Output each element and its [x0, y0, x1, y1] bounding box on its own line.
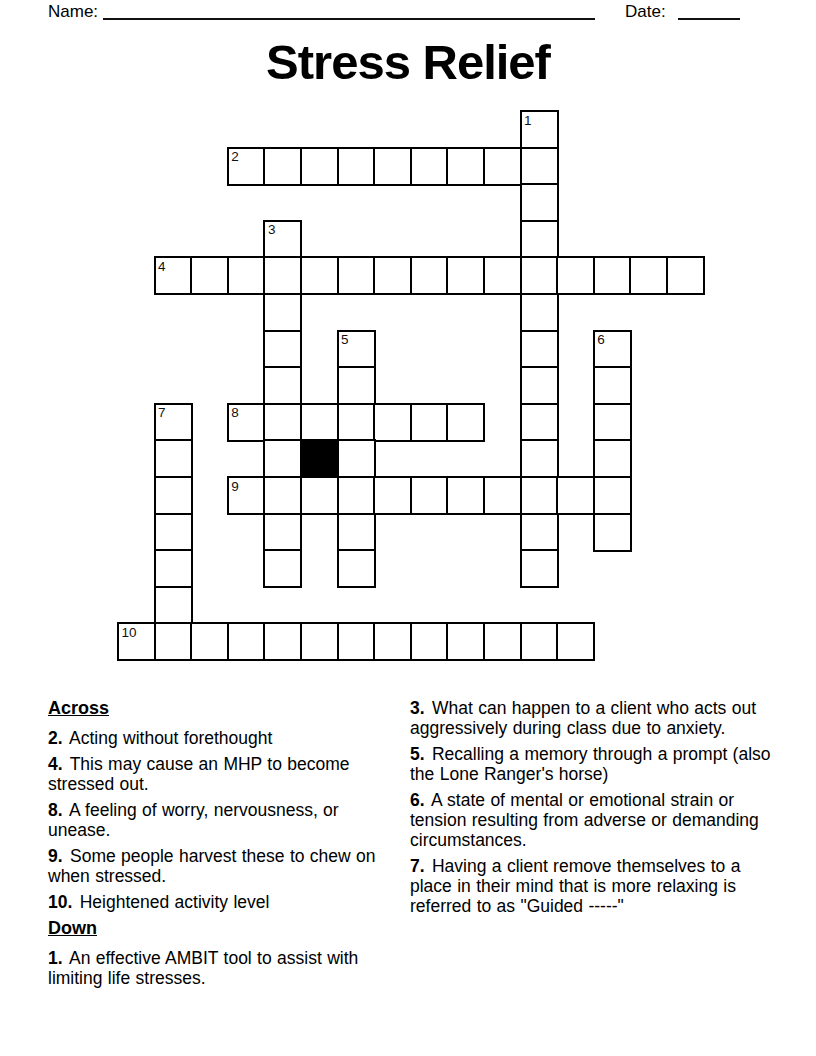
- grid-cell[interactable]: [263, 293, 302, 332]
- grid-cell[interactable]: [337, 476, 376, 515]
- grid-cell[interactable]: [520, 256, 559, 295]
- grid-cell[interactable]: [446, 403, 485, 442]
- grid-cell[interactable]: [410, 403, 449, 442]
- grid-cell[interactable]: [300, 147, 339, 186]
- grid-cell[interactable]: [300, 476, 339, 515]
- grid-cell[interactable]: [337, 439, 376, 478]
- grid-cell[interactable]: [373, 476, 412, 515]
- grid-cell[interactable]: [520, 403, 559, 442]
- name-blank-line[interactable]: [103, 2, 595, 20]
- clue-number-label: 7.: [410, 856, 427, 876]
- clue-number: 7: [158, 406, 166, 420]
- date-label: Date:: [625, 2, 666, 22]
- grid-cell[interactable]: [556, 476, 595, 515]
- clues-right-column: 3. What can happen to a client who acts …: [410, 698, 774, 922]
- clue: 6. A state of mental or emotional strain…: [410, 790, 774, 850]
- grid-cell[interactable]: [263, 147, 302, 186]
- clue-number: 1: [524, 114, 532, 128]
- grid-cell[interactable]: [154, 439, 193, 478]
- grid-cell[interactable]: [593, 439, 632, 478]
- grid-cell[interactable]: [337, 513, 376, 552]
- clue-number-label: 8.: [48, 800, 65, 820]
- grid-cell[interactable]: [263, 476, 302, 515]
- grid-cell[interactable]: [593, 476, 632, 515]
- grid-cell[interactable]: [373, 256, 412, 295]
- grid-cell[interactable]: [373, 403, 412, 442]
- clues-left-column: Across 2. Acting without forethought4. T…: [48, 698, 382, 994]
- clue: 5. Recalling a memory through a prompt (…: [410, 744, 774, 784]
- grid-cell[interactable]: [520, 330, 559, 369]
- grid-cell[interactable]: [410, 256, 449, 295]
- grid-cell[interactable]: [593, 513, 632, 552]
- clue-number: 4: [158, 260, 166, 274]
- grid-cell[interactable]: [337, 403, 376, 442]
- down-heading: Down: [48, 918, 382, 939]
- grid-cell[interactable]: [154, 549, 193, 588]
- grid-cell[interactable]: [520, 622, 559, 661]
- clue: 3. What can happen to a client who acts …: [410, 698, 774, 738]
- clue: 1. An effective AMBIT tool to assist wit…: [48, 948, 382, 988]
- grid-cell[interactable]: [263, 330, 302, 369]
- grid-cell[interactable]: [337, 366, 376, 405]
- down-clue-list-left: 1. An effective AMBIT tool to assist wit…: [48, 948, 382, 988]
- clue-number: 10: [122, 626, 137, 640]
- clue-number-label: 4.: [48, 754, 65, 774]
- grid-cell[interactable]: [154, 586, 193, 625]
- grid-cell[interactable]: [556, 256, 595, 295]
- grid-cell[interactable]: [263, 256, 302, 295]
- name-label: Name:: [48, 2, 98, 22]
- grid-cell[interactable]: [520, 513, 559, 552]
- grid-cell[interactable]: [593, 366, 632, 405]
- grid-cell[interactable]: [666, 256, 705, 295]
- clue: 10. Heightened activity level: [48, 892, 382, 912]
- grid-cell[interactable]: [263, 439, 302, 478]
- grid-cell[interactable]: [190, 256, 229, 295]
- clue: 7. Having a client remove themselves to …: [410, 856, 774, 916]
- grid-cell[interactable]: [593, 403, 632, 442]
- grid-cell[interactable]: [154, 476, 193, 515]
- grid-cell[interactable]: [263, 549, 302, 588]
- grid-cell[interactable]: [446, 476, 485, 515]
- clue-number: 6: [597, 333, 605, 347]
- grid-cell[interactable]: [373, 147, 412, 186]
- clue: 9. Some people harvest these to chew on …: [48, 846, 382, 886]
- page-title: Stress Relief: [0, 34, 816, 90]
- grid-cell[interactable]: [227, 622, 266, 661]
- clue-number: 2: [231, 150, 239, 164]
- grid-cell[interactable]: [300, 403, 339, 442]
- grid-cell[interactable]: [556, 622, 595, 661]
- clue-number-label: 2.: [48, 728, 65, 748]
- grid-cell[interactable]: [300, 256, 339, 295]
- grid-cell[interactable]: [263, 366, 302, 405]
- clue: 4. This may cause an MHP to become stres…: [48, 754, 382, 794]
- grid-cell[interactable]: [483, 147, 522, 186]
- grid-cell[interactable]: [520, 476, 559, 515]
- grid-cell[interactable]: [446, 256, 485, 295]
- grid-cell[interactable]: [520, 549, 559, 588]
- grid-cell[interactable]: [373, 622, 412, 661]
- blocked-cell: [300, 439, 339, 478]
- grid-cell[interactable]: [446, 147, 485, 186]
- grid-cell[interactable]: [337, 147, 376, 186]
- grid-cell[interactable]: [446, 622, 485, 661]
- grid-cell[interactable]: [483, 622, 522, 661]
- clue-number: 3: [268, 223, 276, 237]
- grid-cell[interactable]: [520, 293, 559, 332]
- grid-cell[interactable]: [483, 256, 522, 295]
- clue-number: 5: [341, 333, 349, 347]
- grid-cell[interactable]: [263, 622, 302, 661]
- grid-cell[interactable]: [520, 147, 559, 186]
- across-clue-list: 2. Acting without forethought4. This may…: [48, 728, 382, 912]
- grid-cell[interactable]: [520, 220, 559, 259]
- clue-number-label: 6.: [410, 790, 427, 810]
- grid-cell[interactable]: [520, 439, 559, 478]
- clue: 2. Acting without forethought: [48, 728, 382, 748]
- grid-cell[interactable]: [410, 147, 449, 186]
- clue-number-label: 3.: [410, 698, 427, 718]
- clue-number-label: 5.: [410, 744, 427, 764]
- grid-cell[interactable]: [520, 366, 559, 405]
- grid-cell[interactable]: [337, 549, 376, 588]
- clue-number-label: 10.: [48, 892, 74, 912]
- grid-cell[interactable]: [154, 622, 193, 661]
- grid-cell[interactable]: [300, 622, 339, 661]
- grid-cell[interactable]: [629, 256, 668, 295]
- grid-cell[interactable]: [337, 622, 376, 661]
- grid-cell[interactable]: [154, 513, 193, 552]
- clue-number: 9: [231, 480, 239, 494]
- grid-cell[interactable]: [410, 476, 449, 515]
- grid-cell[interactable]: [520, 183, 559, 222]
- grid-cell[interactable]: [593, 256, 632, 295]
- across-heading: Across: [48, 698, 382, 719]
- grid-cell[interactable]: [227, 256, 266, 295]
- clue-number-label: 1.: [48, 948, 65, 968]
- grid-cell[interactable]: [190, 622, 229, 661]
- grid-cell[interactable]: [263, 513, 302, 552]
- down-clue-list-right: 3. What can happen to a client who acts …: [410, 698, 774, 916]
- clue-number-label: 9.: [48, 846, 65, 866]
- clue: 8. A feeling of worry, nervousness, or u…: [48, 800, 382, 840]
- grid-cell[interactable]: [483, 476, 522, 515]
- crossword-grid: 12345678910: [117, 110, 706, 662]
- grid-cell[interactable]: [263, 403, 302, 442]
- grid-cell[interactable]: [337, 256, 376, 295]
- grid-cell[interactable]: [410, 622, 449, 661]
- date-blank-line[interactable]: [678, 2, 740, 20]
- clue-number: 8: [231, 406, 239, 420]
